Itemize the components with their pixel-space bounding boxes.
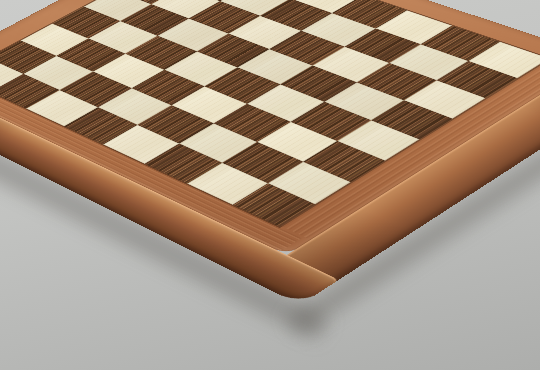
photo-background — [0, 0, 540, 370]
chess-board — [0, 0, 540, 305]
